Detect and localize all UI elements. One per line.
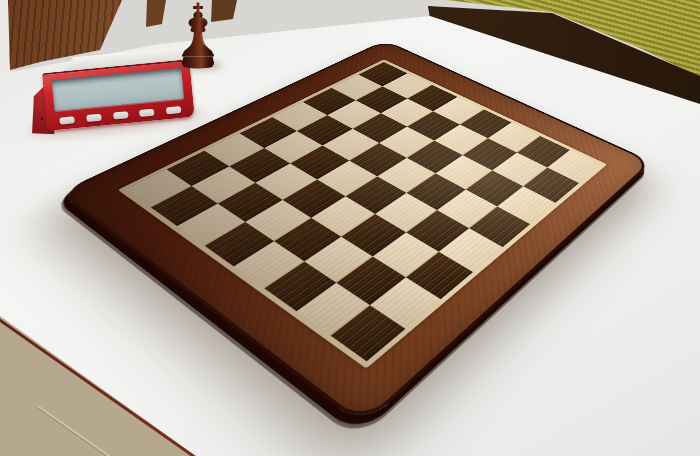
clock-button[interactable]	[139, 109, 155, 117]
king-silhouette	[179, 2, 217, 70]
clock-lcd-screen	[52, 68, 184, 111]
clock-button[interactable]	[59, 116, 75, 124]
king-piece[interactable]	[179, 2, 217, 70]
clock-button[interactable]	[113, 111, 129, 119]
clock-button[interactable]	[86, 114, 102, 122]
clock-button[interactable]	[166, 106, 182, 114]
photo-scene	[0, 0, 700, 456]
